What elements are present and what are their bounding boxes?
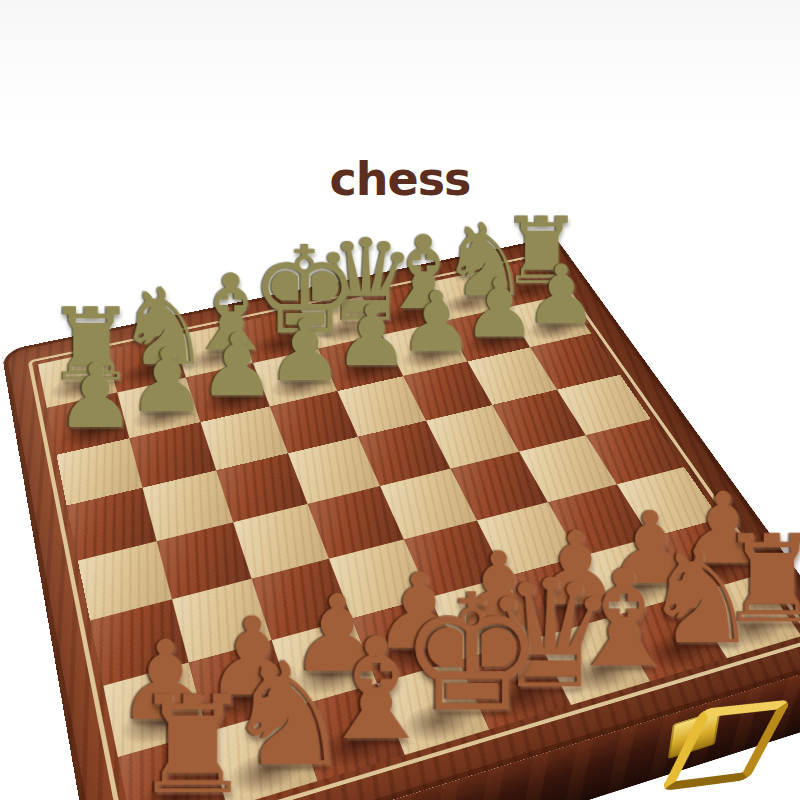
- brass-clasp: [664, 678, 800, 784]
- chess-board: ♜♞♝♚♛♝♞♜♟♟♟♟♟♟♟♟♟♟♟♟♟♟♟♟♜♞♝♚♛♝♞♜: [1, 237, 800, 800]
- square: ♜: [118, 732, 227, 800]
- bronze-pawn: ♟: [56, 353, 128, 442]
- bronze-pawn: ♟: [334, 295, 403, 379]
- scene: ♜♞♝♚♛♝♞♜♟♟♟♟♟♟♟♟♟♟♟♟♟♟♟♟♜♞♝♚♛♝♞♜: [0, 0, 800, 800]
- bronze-pawn: ♟: [399, 281, 467, 364]
- product-photo: chess ♜♞♝♚♛♝♞♜♟♟♟♟♟♟♟♟♟♟♟♟♟♟♟♟♜♞♝♚♛♝♞♜: [0, 0, 800, 800]
- bronze-pawn: ♟: [128, 338, 199, 426]
- copper-rook: ♜: [132, 678, 226, 800]
- bronze-pawn: ♟: [198, 323, 269, 410]
- bronze-pawn: ♟: [267, 309, 337, 394]
